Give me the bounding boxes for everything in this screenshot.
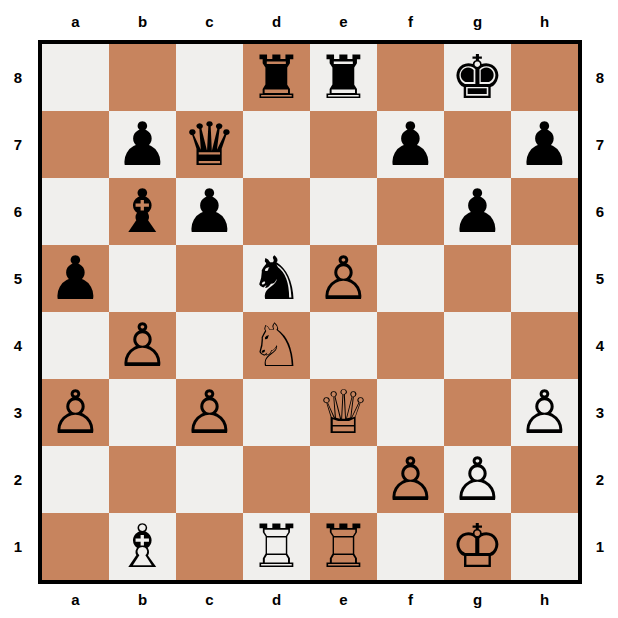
piece-white-pawn[interactable]: ♙	[183, 379, 237, 446]
piece-white-rook[interactable]: ♖	[250, 513, 304, 580]
square-a3[interactable]: ♙	[42, 379, 109, 446]
square-a1[interactable]	[42, 513, 109, 580]
rank-label-4: 4	[0, 312, 36, 379]
rank-label-3: 3	[582, 379, 618, 446]
rank-label-1: 1	[582, 513, 618, 580]
square-g5[interactable]	[444, 245, 511, 312]
square-e2[interactable]	[310, 446, 377, 513]
piece-black-pawn[interactable]: ♟	[49, 245, 103, 312]
piece-white-pawn[interactable]: ♙	[116, 312, 170, 379]
piece-black-rook[interactable]: ♜	[317, 44, 371, 111]
square-d2[interactable]	[243, 446, 310, 513]
square-d3[interactable]	[243, 379, 310, 446]
file-label-f: f	[377, 586, 444, 612]
square-h8[interactable]	[511, 44, 578, 111]
file-label-a: a	[42, 586, 109, 612]
square-h7[interactable]: ♟	[511, 111, 578, 178]
piece-black-queen[interactable]: ♛	[183, 111, 237, 178]
piece-black-king[interactable]: ♚	[451, 44, 505, 111]
piece-black-pawn[interactable]: ♟	[116, 111, 170, 178]
square-g6[interactable]: ♟	[444, 178, 511, 245]
file-label-d: d	[243, 586, 310, 612]
piece-black-bishop[interactable]: ♝	[116, 178, 170, 245]
piece-white-pawn[interactable]: ♙	[49, 379, 103, 446]
square-e8[interactable]: ♜	[310, 44, 377, 111]
square-c1[interactable]	[176, 513, 243, 580]
piece-white-pawn[interactable]: ♙	[451, 446, 505, 513]
square-e5[interactable]: ♙	[310, 245, 377, 312]
file-label-d: d	[243, 8, 310, 34]
square-f8[interactable]	[377, 44, 444, 111]
square-c2[interactable]	[176, 446, 243, 513]
square-h3[interactable]: ♙	[511, 379, 578, 446]
file-label-c: c	[176, 8, 243, 34]
square-f5[interactable]	[377, 245, 444, 312]
square-g2[interactable]: ♙	[444, 446, 511, 513]
piece-white-knight[interactable]: ♘	[250, 312, 304, 379]
square-b7[interactable]: ♟	[109, 111, 176, 178]
square-h6[interactable]	[511, 178, 578, 245]
square-b8[interactable]	[109, 44, 176, 111]
file-label-g: g	[444, 586, 511, 612]
square-f7[interactable]: ♟	[377, 111, 444, 178]
square-d5[interactable]: ♞	[243, 245, 310, 312]
square-b5[interactable]	[109, 245, 176, 312]
square-g8[interactable]: ♚	[444, 44, 511, 111]
square-d8[interactable]: ♜	[243, 44, 310, 111]
file-label-c: c	[176, 586, 243, 612]
file-labels-top: abcdefgh	[42, 8, 578, 34]
square-d7[interactable]	[243, 111, 310, 178]
square-d1[interactable]: ♖	[243, 513, 310, 580]
square-g3[interactable]	[444, 379, 511, 446]
square-e7[interactable]	[310, 111, 377, 178]
square-c6[interactable]: ♟	[176, 178, 243, 245]
square-b6[interactable]: ♝	[109, 178, 176, 245]
rank-label-7: 7	[0, 111, 36, 178]
square-e4[interactable]	[310, 312, 377, 379]
square-f2[interactable]: ♙	[377, 446, 444, 513]
rank-label-8: 8	[0, 44, 36, 111]
piece-black-pawn[interactable]: ♟	[518, 111, 572, 178]
rank-label-5: 5	[582, 245, 618, 312]
square-b1[interactable]: ♗	[109, 513, 176, 580]
square-c3[interactable]: ♙	[176, 379, 243, 446]
square-e1[interactable]: ♖	[310, 513, 377, 580]
piece-white-king[interactable]: ♔	[451, 513, 505, 580]
square-g7[interactable]	[444, 111, 511, 178]
rank-label-1: 1	[0, 513, 36, 580]
piece-black-pawn[interactable]: ♟	[384, 111, 438, 178]
rank-label-8: 8	[582, 44, 618, 111]
square-b2[interactable]	[109, 446, 176, 513]
rank-label-4: 4	[582, 312, 618, 379]
square-h1[interactable]	[511, 513, 578, 580]
file-label-b: b	[109, 586, 176, 612]
square-d6[interactable]	[243, 178, 310, 245]
piece-white-pawn[interactable]: ♙	[317, 245, 371, 312]
square-c5[interactable]	[176, 245, 243, 312]
file-label-g: g	[444, 8, 511, 34]
square-g4[interactable]	[444, 312, 511, 379]
file-label-f: f	[377, 8, 444, 34]
square-f3[interactable]	[377, 379, 444, 446]
square-a7[interactable]	[42, 111, 109, 178]
square-a2[interactable]	[42, 446, 109, 513]
rank-label-6: 6	[582, 178, 618, 245]
rank-labels-left: 87654321	[0, 44, 36, 580]
rank-labels-right: 87654321	[582, 44, 618, 580]
square-b3[interactable]	[109, 379, 176, 446]
square-a5[interactable]: ♟	[42, 245, 109, 312]
square-f1[interactable]	[377, 513, 444, 580]
piece-black-pawn[interactable]: ♟	[451, 178, 505, 245]
rank-label-7: 7	[582, 111, 618, 178]
square-e3[interactable]: ♕	[310, 379, 377, 446]
chess-diagram: abcdefgh 87654321 ♜♜♚♟♛♟♟♝♟♟♟♞♙♙♘♙♙♕♙♙♙♗…	[0, 0, 618, 618]
square-g1[interactable]: ♔	[444, 513, 511, 580]
piece-black-knight[interactable]: ♞	[250, 245, 304, 312]
piece-black-rook[interactable]: ♜	[250, 44, 304, 111]
file-label-h: h	[511, 586, 578, 612]
rank-label-2: 2	[582, 446, 618, 513]
square-h5[interactable]	[511, 245, 578, 312]
piece-white-bishop[interactable]: ♗	[116, 513, 170, 580]
piece-white-pawn[interactable]: ♙	[384, 446, 438, 513]
rank-label-6: 6	[0, 178, 36, 245]
square-a4[interactable]	[42, 312, 109, 379]
square-f4[interactable]	[377, 312, 444, 379]
square-c7[interactable]: ♛	[176, 111, 243, 178]
square-h4[interactable]	[511, 312, 578, 379]
square-d4[interactable]: ♘	[243, 312, 310, 379]
file-label-b: b	[109, 8, 176, 34]
piece-black-pawn[interactable]: ♟	[183, 178, 237, 245]
rank-label-3: 3	[0, 379, 36, 446]
piece-white-pawn[interactable]: ♙	[518, 379, 572, 446]
square-b4[interactable]: ♙	[109, 312, 176, 379]
file-labels-bottom: abcdefgh	[42, 586, 578, 612]
file-label-h: h	[511, 8, 578, 34]
square-f6[interactable]	[377, 178, 444, 245]
rank-label-5: 5	[0, 245, 36, 312]
piece-white-queen[interactable]: ♕	[317, 379, 371, 446]
square-c8[interactable]	[176, 44, 243, 111]
piece-white-rook[interactable]: ♖	[317, 513, 371, 580]
board: ♜♜♚♟♛♟♟♝♟♟♟♞♙♙♘♙♙♕♙♙♙♗♖♖♔	[38, 40, 582, 584]
file-label-e: e	[310, 586, 377, 612]
square-a6[interactable]	[42, 178, 109, 245]
square-e6[interactable]	[310, 178, 377, 245]
file-label-e: e	[310, 8, 377, 34]
rank-label-2: 2	[0, 446, 36, 513]
square-h2[interactable]	[511, 446, 578, 513]
square-c4[interactable]	[176, 312, 243, 379]
square-a8[interactable]	[42, 44, 109, 111]
file-label-a: a	[42, 8, 109, 34]
